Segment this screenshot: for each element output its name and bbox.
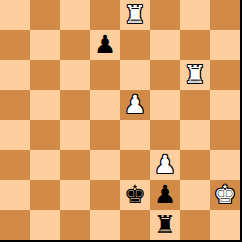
square-b5[interactable] bbox=[30, 90, 60, 120]
square-e6[interactable] bbox=[120, 60, 150, 90]
square-g6[interactable]: ♜ bbox=[180, 60, 210, 90]
square-a3[interactable] bbox=[0, 150, 30, 180]
white-pawn-e5[interactable]: ♟ bbox=[124, 90, 146, 120]
square-e5[interactable]: ♟ bbox=[120, 90, 150, 120]
square-c3[interactable] bbox=[60, 150, 90, 180]
square-f3[interactable]: ♟ bbox=[150, 150, 180, 180]
square-d4[interactable] bbox=[90, 120, 120, 150]
square-h5[interactable] bbox=[210, 90, 240, 120]
square-h6[interactable] bbox=[210, 60, 240, 90]
square-e3[interactable] bbox=[120, 150, 150, 180]
square-a8[interactable] bbox=[0, 0, 30, 30]
square-e2[interactable]: ♚ bbox=[120, 180, 150, 210]
black-pawn-d7[interactable]: ♟ bbox=[94, 30, 116, 60]
chessboard-container: ♜♟♜♟♟♚♟♚♜ bbox=[0, 0, 242, 242]
square-g8[interactable] bbox=[180, 0, 210, 30]
square-c4[interactable] bbox=[60, 120, 90, 150]
square-f4[interactable] bbox=[150, 120, 180, 150]
square-d2[interactable] bbox=[90, 180, 120, 210]
square-b4[interactable] bbox=[30, 120, 60, 150]
black-pawn-f2[interactable]: ♟ bbox=[154, 180, 176, 210]
square-c6[interactable] bbox=[60, 60, 90, 90]
square-c7[interactable] bbox=[60, 30, 90, 60]
square-a5[interactable] bbox=[0, 90, 30, 120]
square-a4[interactable] bbox=[0, 120, 30, 150]
black-rook-f1[interactable]: ♜ bbox=[154, 210, 176, 240]
square-d5[interactable] bbox=[90, 90, 120, 120]
square-e7[interactable] bbox=[120, 30, 150, 60]
square-g4[interactable] bbox=[180, 120, 210, 150]
square-c1[interactable] bbox=[60, 210, 90, 240]
white-king-h2[interactable]: ♚ bbox=[214, 180, 236, 210]
square-f1[interactable]: ♜ bbox=[150, 210, 180, 240]
square-e1[interactable] bbox=[120, 210, 150, 240]
square-b2[interactable] bbox=[30, 180, 60, 210]
chess-board: ♜♟♜♟♟♚♟♚♜ bbox=[0, 0, 242, 242]
square-d6[interactable] bbox=[90, 60, 120, 90]
square-c2[interactable] bbox=[60, 180, 90, 210]
square-e8[interactable]: ♜ bbox=[120, 0, 150, 30]
square-h3[interactable] bbox=[210, 150, 240, 180]
square-a2[interactable] bbox=[0, 180, 30, 210]
square-b8[interactable] bbox=[30, 0, 60, 30]
square-h8[interactable] bbox=[210, 0, 240, 30]
square-g3[interactable] bbox=[180, 150, 210, 180]
square-d7[interactable]: ♟ bbox=[90, 30, 120, 60]
black-king-e2[interactable]: ♚ bbox=[124, 180, 146, 210]
square-f8[interactable] bbox=[150, 0, 180, 30]
square-g7[interactable] bbox=[180, 30, 210, 60]
square-h7[interactable] bbox=[210, 30, 240, 60]
square-b3[interactable] bbox=[30, 150, 60, 180]
square-b1[interactable] bbox=[30, 210, 60, 240]
square-d1[interactable] bbox=[90, 210, 120, 240]
square-g5[interactable] bbox=[180, 90, 210, 120]
square-a6[interactable] bbox=[0, 60, 30, 90]
square-f7[interactable] bbox=[150, 30, 180, 60]
square-d3[interactable] bbox=[90, 150, 120, 180]
square-b7[interactable] bbox=[30, 30, 60, 60]
white-rook-g6[interactable]: ♜ bbox=[184, 60, 206, 90]
square-f2[interactable]: ♟ bbox=[150, 180, 180, 210]
square-c5[interactable] bbox=[60, 90, 90, 120]
square-b6[interactable] bbox=[30, 60, 60, 90]
white-pawn-f3[interactable]: ♟ bbox=[154, 150, 176, 180]
white-rook-e8[interactable]: ♜ bbox=[124, 0, 146, 30]
square-a1[interactable] bbox=[0, 210, 30, 240]
square-g1[interactable] bbox=[180, 210, 210, 240]
square-c8[interactable] bbox=[60, 0, 90, 30]
square-h2[interactable]: ♚ bbox=[210, 180, 240, 210]
square-d8[interactable] bbox=[90, 0, 120, 30]
square-h4[interactable] bbox=[210, 120, 240, 150]
square-a7[interactable] bbox=[0, 30, 30, 60]
square-f5[interactable] bbox=[150, 90, 180, 120]
square-e4[interactable] bbox=[120, 120, 150, 150]
square-f6[interactable] bbox=[150, 60, 180, 90]
square-g2[interactable] bbox=[180, 180, 210, 210]
square-h1[interactable] bbox=[210, 210, 240, 240]
